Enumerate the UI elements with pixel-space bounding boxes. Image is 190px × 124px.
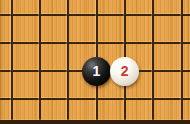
grid-line-vertical <box>152 0 154 124</box>
grid-line-vertical <box>39 0 41 124</box>
grid-line-vertical <box>181 0 183 124</box>
black-stone-move-1: 1 <box>82 57 111 86</box>
move-number-label-1: 1 <box>93 64 101 79</box>
grid-line-vertical <box>11 0 13 124</box>
go-board[interactable]: 1 2 <box>0 0 190 124</box>
white-stone-move-2: 2 <box>110 57 139 86</box>
grid-line-vertical <box>67 0 69 124</box>
move-number-label-2: 2 <box>121 64 129 79</box>
board-bottom-edge-line <box>0 120 190 124</box>
